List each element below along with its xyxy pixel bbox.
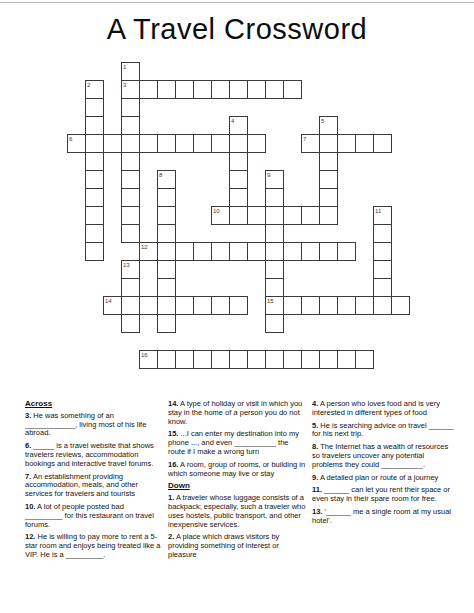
grid-cell-6-16[interactable] xyxy=(175,350,194,369)
clue-number-label: 2. xyxy=(168,532,174,541)
grid-clue-number-15: 15 xyxy=(267,298,274,304)
grid-cell-3-2[interactable] xyxy=(121,98,140,117)
grid-cell-11-8[interactable] xyxy=(265,206,284,225)
clue-number-label: 11. xyxy=(312,485,322,494)
grid-clue-number-5: 5 xyxy=(321,118,324,124)
clue-number-label: 14. xyxy=(168,399,178,408)
grid-cell-7-4[interactable] xyxy=(193,134,212,153)
clue-down-4: 4. A person who loves food and is very i… xyxy=(312,400,455,418)
grid-cell-14-10[interactable] xyxy=(319,242,338,261)
grid-cell-14-6[interactable] xyxy=(319,170,338,189)
grid-clue-number-7: 7 xyxy=(303,136,306,142)
grid-cell-3-3[interactable] xyxy=(121,116,140,135)
grid-cell-11-9[interactable] xyxy=(265,224,284,243)
grid-cell-3-13[interactable] xyxy=(121,296,140,315)
grid-cell-5-1[interactable] xyxy=(157,80,176,99)
grid-cell-9-7[interactable] xyxy=(229,188,248,207)
grid-cell-17-10[interactable] xyxy=(373,242,392,261)
grid-cell-17-11[interactable] xyxy=(373,260,392,279)
grid-clue-number-12: 12 xyxy=(141,244,148,250)
grid-cell-14-13[interactable] xyxy=(319,296,338,315)
grid-cell-11-11[interactable] xyxy=(265,260,284,279)
grid-cell-1-3[interactable] xyxy=(85,116,104,135)
grid-cell-6-10[interactable] xyxy=(175,242,194,261)
grid-clue-number-16: 16 xyxy=(141,352,148,358)
grid-cell-13-16[interactable] xyxy=(301,350,320,369)
page-title: A Travel Crossword xyxy=(0,13,474,46)
grid-cell-17-12[interactable] xyxy=(373,278,392,297)
grid-cell-15-10[interactable] xyxy=(337,242,356,261)
grid-cell-1-9[interactable] xyxy=(85,224,104,243)
grid-cell-13-13[interactable] xyxy=(301,296,320,315)
grid-clue-number-13: 13 xyxy=(123,262,130,268)
grid-cell-3-9[interactable] xyxy=(121,224,140,243)
grid-cell-7-13[interactable] xyxy=(193,296,212,315)
clue-down-8: 8. The Internet has a wealth of resource… xyxy=(312,443,455,469)
grid-cell-1-4[interactable] xyxy=(85,134,104,153)
grid-cell-11-14[interactable] xyxy=(265,314,284,333)
clue-number-label: 3. xyxy=(25,411,31,420)
grid-cell-9-6[interactable] xyxy=(229,170,248,189)
grid-cell-6-4[interactable] xyxy=(175,134,194,153)
grid-clue-number-2: 2 xyxy=(87,82,90,88)
grid-cell-18-13[interactable] xyxy=(391,296,410,315)
grid-cell-12-1[interactable] xyxy=(283,80,302,99)
clue-across-7: 7. An establishment providing accommodat… xyxy=(25,473,163,499)
grid-cell-8-4[interactable] xyxy=(211,134,230,153)
clue-across-15: 15. ...I can enter my destination into m… xyxy=(168,430,307,456)
clue-across-14: 14. A type of holiday or visit in which … xyxy=(168,400,307,426)
clue-column-1: Across3. He was something of an ________… xyxy=(25,400,163,564)
grid-cell-10-4[interactable] xyxy=(247,134,266,153)
grid-cell-4-13[interactable] xyxy=(139,296,158,315)
grid-cell-14-7[interactable] xyxy=(319,188,338,207)
grid-cell-11-10[interactable] xyxy=(265,242,284,261)
clue-down-2: 2. A place which draws visitors by provi… xyxy=(168,533,307,559)
grid-cell-1-8[interactable] xyxy=(85,206,104,225)
grid-cell-10-1[interactable] xyxy=(247,80,266,99)
grid-cell-1-10[interactable] xyxy=(85,242,104,261)
grid-cell-17-4[interactable] xyxy=(373,134,392,153)
grid-cell-14-5[interactable] xyxy=(319,152,338,171)
grid-cell-7-1[interactable] xyxy=(193,80,212,99)
clue-across-12: 12. He is willing to pay more to rent a … xyxy=(25,533,163,559)
grid-cell-3-7[interactable] xyxy=(121,188,140,207)
grid-clue-number-10: 10 xyxy=(213,208,220,214)
grid-cell-11-16[interactable] xyxy=(265,350,284,369)
grid-cell-11-12[interactable] xyxy=(265,278,284,297)
clue-number-label: 1. xyxy=(168,493,174,502)
clue-number-label: 15. xyxy=(168,429,178,438)
grid-cell-7-10[interactable] xyxy=(193,242,212,261)
grid-cell-6-13[interactable] xyxy=(175,296,194,315)
grid-clue-number-3: 3 xyxy=(123,82,126,88)
grid-cell-8-13[interactable] xyxy=(211,296,230,315)
grid-cell-1-5[interactable] xyxy=(85,152,104,171)
clue-number-label: 4. xyxy=(312,399,318,408)
clue-down-9: 9. A detailed plan or route of a journey xyxy=(312,474,455,483)
clue-number-label: 7. xyxy=(25,472,31,481)
grid-cell-2-4[interactable] xyxy=(103,134,122,153)
grid-cell-14-4[interactable] xyxy=(319,134,338,153)
grid-cell-5-12[interactable] xyxy=(157,278,176,297)
top-divider xyxy=(0,2,474,3)
grid-cell-14-16[interactable] xyxy=(319,350,338,369)
grid-cell-9-16[interactable] xyxy=(229,350,248,369)
grid-cell-5-11[interactable] xyxy=(157,260,176,279)
grid-cell-3-12[interactable] xyxy=(121,278,140,297)
grid-cell-8-1[interactable] xyxy=(211,80,230,99)
clue-down-5: 5. He is searching advice on travel ____… xyxy=(312,422,455,440)
clue-number-label: 12. xyxy=(25,532,35,541)
grid-cell-3-14[interactable] xyxy=(121,314,140,333)
grid-clue-number-6: 6 xyxy=(69,136,72,142)
clue-down-11: 11. ______ can let you rent their space … xyxy=(312,486,455,504)
grid-cell-5-4[interactable] xyxy=(157,134,176,153)
grid-cell-12-13[interactable] xyxy=(283,296,302,315)
grid-cell-9-8[interactable] xyxy=(229,206,248,225)
grid-cell-9-4[interactable] xyxy=(229,134,248,153)
grid-cell-3-4[interactable] xyxy=(121,134,140,153)
grid-cell-13-10[interactable] xyxy=(301,242,320,261)
grid-cell-15-13[interactable] xyxy=(337,296,356,315)
grid-clue-number-9: 9 xyxy=(267,172,270,178)
worksheet-page: A Travel Crossword 123456789101112131415… xyxy=(0,0,474,613)
grid-cell-8-16[interactable] xyxy=(211,350,230,369)
clue-down-13: 13. '______ me a single room at my usual… xyxy=(312,508,455,526)
grid-cell-5-10[interactable] xyxy=(157,242,176,261)
clue-across-3: 3. He was something of an ____________, … xyxy=(25,412,163,438)
grid-cell-3-5[interactable] xyxy=(121,152,140,171)
grid-cell-5-16[interactable] xyxy=(157,350,176,369)
grid-clue-number-11: 11 xyxy=(375,208,381,214)
grid-clue-number-8: 8 xyxy=(159,172,162,178)
grid-cell-1-2[interactable] xyxy=(85,98,104,117)
grid-cell-9-1[interactable] xyxy=(229,80,248,99)
grid-cell-17-13[interactable] xyxy=(373,296,392,315)
grid-clue-number-1: 1 xyxy=(123,64,126,70)
clue-number-label: 8. xyxy=(312,442,318,451)
grid-cell-8-10[interactable] xyxy=(211,242,230,261)
grid-cell-15-16[interactable] xyxy=(337,350,356,369)
grid-cell-13-8[interactable] xyxy=(301,206,320,225)
grid-cell-11-1[interactable] xyxy=(265,80,284,99)
grid-cell-16-13[interactable] xyxy=(355,296,374,315)
grid-cell-3-8[interactable] xyxy=(121,206,140,225)
grid-cell-5-9[interactable] xyxy=(157,224,176,243)
clue-down-1: 1. A traveler whose luggage consists of … xyxy=(168,494,307,529)
grid-cell-14-8[interactable] xyxy=(319,206,338,225)
clue-number-label: 10. xyxy=(25,502,35,511)
clue-across-6: 6. _____ is a travel website that shows … xyxy=(25,442,163,468)
clue-across-16: 16. A room, group of rooms, or building … xyxy=(168,461,307,479)
clue-number-label: 16. xyxy=(168,460,178,469)
grid-cell-10-10[interactable] xyxy=(247,242,266,261)
grid-cell-12-10[interactable] xyxy=(283,242,302,261)
grid-clue-number-4: 4 xyxy=(231,118,234,124)
crossword-grid: 12345678910111213141516 xyxy=(67,62,410,369)
grid-clue-number-14: 14 xyxy=(105,298,112,304)
clue-number-label: 5. xyxy=(312,421,318,430)
grid-cell-17-9[interactable] xyxy=(373,224,392,243)
grid-cell-5-7[interactable] xyxy=(157,188,176,207)
grid-cell-10-16[interactable] xyxy=(247,350,266,369)
clue-number-label: 9. xyxy=(312,473,318,482)
grid-cell-4-1[interactable] xyxy=(139,80,158,99)
grid-cell-1-6[interactable] xyxy=(85,170,104,189)
grid-cell-11-7[interactable] xyxy=(265,188,284,207)
clue-number-label: 6. xyxy=(25,441,31,450)
clue-number-label: 13. xyxy=(312,507,322,516)
clue-column-3: 4. A person who loves food and is very i… xyxy=(312,400,455,530)
clue-across-10: 10. A lot of people posted bad _________… xyxy=(25,503,163,529)
grid-cell-4-4[interactable] xyxy=(139,134,158,153)
grid-cell-6-1[interactable] xyxy=(175,80,194,99)
grid-cell-5-8[interactable] xyxy=(157,206,176,225)
grid-cell-12-8[interactable] xyxy=(283,206,302,225)
clue-column-2: 14. A type of holiday or visit in which … xyxy=(168,400,307,564)
grid-cell-15-4[interactable] xyxy=(337,134,356,153)
grid-cell-1-7[interactable] xyxy=(85,188,104,207)
grid-cell-7-16[interactable] xyxy=(193,350,212,369)
grid-cell-16-4[interactable] xyxy=(355,134,374,153)
grid-cell-16-16[interactable] xyxy=(355,350,374,369)
grid-cell-12-16[interactable] xyxy=(283,350,302,369)
grid-cell-9-10[interactable] xyxy=(229,242,248,261)
grid-cell-5-14[interactable] xyxy=(157,314,176,333)
grid-cell-3-6[interactable] xyxy=(121,170,140,189)
grid-cell-10-8[interactable] xyxy=(247,206,266,225)
grid-cell-5-13[interactable] xyxy=(157,296,176,315)
down-header: Down xyxy=(168,482,307,491)
grid-cell-9-5[interactable] xyxy=(229,152,248,171)
grid-cell-9-13[interactable] xyxy=(229,296,248,315)
across-header: Across xyxy=(25,400,163,409)
